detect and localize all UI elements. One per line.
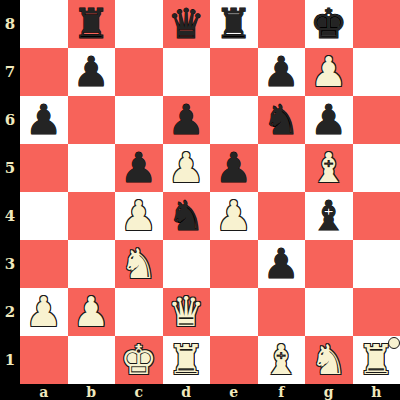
- square-b7[interactable]: ♟: [68, 48, 116, 96]
- square-g4[interactable]: ♝: [305, 192, 353, 240]
- square-f5[interactable]: [258, 144, 306, 192]
- rank-label-4: 4: [0, 192, 20, 240]
- square-g6[interactable]: ♟: [305, 96, 353, 144]
- white-pawn-a2[interactable]: ♟: [25, 292, 62, 333]
- white-pawn-d5[interactable]: ♟: [168, 148, 205, 189]
- black-pawn-e5[interactable]: ♟: [215, 148, 252, 189]
- rank-label-2: 2: [0, 288, 20, 336]
- square-b2[interactable]: ♟: [68, 288, 116, 336]
- white-king-c1[interactable]: ♚: [120, 340, 157, 381]
- file-label-b: b: [68, 384, 116, 400]
- file-label-c: c: [115, 384, 163, 400]
- square-h6[interactable]: [353, 96, 400, 144]
- square-c1[interactable]: ♚: [115, 336, 163, 384]
- square-g7[interactable]: ♟: [305, 48, 353, 96]
- rank-label-7: 7: [0, 48, 20, 96]
- square-h3[interactable]: [353, 240, 400, 288]
- square-h2[interactable]: [353, 288, 400, 336]
- square-d8[interactable]: ♛: [163, 0, 211, 48]
- square-a2[interactable]: ♟: [20, 288, 68, 336]
- square-f8[interactable]: [258, 0, 306, 48]
- square-h4[interactable]: [353, 192, 400, 240]
- white-pawn-c4[interactable]: ♟: [120, 196, 157, 237]
- square-a8[interactable]: [20, 0, 68, 48]
- rank-label-8: 8: [0, 0, 20, 48]
- black-queen-d8[interactable]: ♛: [168, 4, 205, 45]
- square-f7[interactable]: ♟: [258, 48, 306, 96]
- square-c2[interactable]: [115, 288, 163, 336]
- black-bishop-g4[interactable]: ♝: [310, 196, 347, 237]
- black-rook-b8[interactable]: ♜: [73, 4, 110, 45]
- square-h5[interactable]: [353, 144, 400, 192]
- rank-label-6: 6: [0, 96, 20, 144]
- black-pawn-f3[interactable]: ♟: [263, 244, 300, 285]
- file-label-d: d: [163, 384, 211, 400]
- square-c8[interactable]: [115, 0, 163, 48]
- square-g3[interactable]: [305, 240, 353, 288]
- square-g8[interactable]: ♚: [305, 0, 353, 48]
- square-g1[interactable]: ♞: [305, 336, 353, 384]
- black-pawn-b7[interactable]: ♟: [73, 52, 110, 93]
- black-knight-f6[interactable]: ♞: [263, 100, 300, 141]
- square-h1[interactable]: ♜: [353, 336, 400, 384]
- square-d5[interactable]: ♟: [163, 144, 211, 192]
- square-a3[interactable]: [20, 240, 68, 288]
- white-pawn-b2[interactable]: ♟: [73, 292, 110, 333]
- square-a4[interactable]: [20, 192, 68, 240]
- square-e6[interactable]: [210, 96, 258, 144]
- square-b8[interactable]: ♜: [68, 0, 116, 48]
- square-c7[interactable]: [115, 48, 163, 96]
- square-f2[interactable]: [258, 288, 306, 336]
- square-e8[interactable]: ♜: [210, 0, 258, 48]
- black-pawn-c5[interactable]: ♟: [120, 148, 157, 189]
- file-label-h: h: [353, 384, 400, 400]
- black-rook-e8[interactable]: ♜: [215, 4, 252, 45]
- square-g2[interactable]: [305, 288, 353, 336]
- white-queen-d2[interactable]: ♛: [168, 292, 205, 333]
- file-label-e: e: [210, 384, 258, 400]
- white-bishop-g5[interactable]: ♝: [310, 148, 347, 189]
- file-label-f: f: [258, 384, 306, 400]
- black-knight-d4[interactable]: ♞: [168, 196, 205, 237]
- square-e1[interactable]: [210, 336, 258, 384]
- rank-labels: 87654321: [0, 0, 20, 384]
- cursor-dot: [388, 337, 400, 349]
- square-f4[interactable]: [258, 192, 306, 240]
- square-e5[interactable]: ♟: [210, 144, 258, 192]
- square-c5[interactable]: ♟: [115, 144, 163, 192]
- square-d2[interactable]: ♛: [163, 288, 211, 336]
- square-a7[interactable]: [20, 48, 68, 96]
- white-bishop-f1[interactable]: ♝: [263, 340, 300, 381]
- square-d4[interactable]: ♞: [163, 192, 211, 240]
- black-pawn-g6[interactable]: ♟: [310, 100, 347, 141]
- square-d3[interactable]: [163, 240, 211, 288]
- square-a6[interactable]: ♟: [20, 96, 68, 144]
- square-g5[interactable]: ♝: [305, 144, 353, 192]
- chess-board: ♜♛♜♚♟♟♟♟♟♞♟♟♟♟♝♟♞♟♝♞♟♟♟♛♚♜♝♞♜: [20, 0, 400, 384]
- black-pawn-a6[interactable]: ♟: [25, 100, 62, 141]
- white-pawn-g7[interactable]: ♟: [310, 52, 347, 93]
- chess-board-frame: 87654321 ♜♛♜♚♟♟♟♟♟♞♟♟♟♟♝♟♞♟♝♞♟♟♟♛♚♜♝♞♜ a…: [0, 0, 400, 400]
- white-rook-d1[interactable]: ♜: [168, 340, 205, 381]
- file-labels: abcdefgh: [20, 384, 400, 400]
- rank-label-5: 5: [0, 144, 20, 192]
- black-pawn-f7[interactable]: ♟: [263, 52, 300, 93]
- square-f6[interactable]: ♞: [258, 96, 306, 144]
- file-label-g: g: [305, 384, 353, 400]
- square-e3[interactable]: [210, 240, 258, 288]
- square-f3[interactable]: ♟: [258, 240, 306, 288]
- square-b5[interactable]: [68, 144, 116, 192]
- square-d7[interactable]: [163, 48, 211, 96]
- square-e2[interactable]: [210, 288, 258, 336]
- square-a1[interactable]: [20, 336, 68, 384]
- white-pawn-e4[interactable]: ♟: [215, 196, 252, 237]
- white-knight-c3[interactable]: ♞: [120, 244, 157, 285]
- square-h7[interactable]: [353, 48, 400, 96]
- file-label-a: a: [20, 384, 68, 400]
- square-b4[interactable]: [68, 192, 116, 240]
- square-e7[interactable]: [210, 48, 258, 96]
- square-c6[interactable]: [115, 96, 163, 144]
- square-b3[interactable]: [68, 240, 116, 288]
- rank-label-1: 1: [0, 336, 20, 384]
- black-pawn-d6[interactable]: ♟: [168, 100, 205, 141]
- square-f1[interactable]: ♝: [258, 336, 306, 384]
- square-d6[interactable]: ♟: [163, 96, 211, 144]
- square-b1[interactable]: [68, 336, 116, 384]
- rank-label-3: 3: [0, 240, 20, 288]
- square-h8[interactable]: [353, 0, 400, 48]
- square-a5[interactable]: [20, 144, 68, 192]
- square-e4[interactable]: ♟: [210, 192, 258, 240]
- white-knight-g1[interactable]: ♞: [310, 340, 347, 381]
- square-c3[interactable]: ♞: [115, 240, 163, 288]
- square-b6[interactable]: [68, 96, 116, 144]
- black-king-g8[interactable]: ♚: [310, 4, 347, 45]
- square-c4[interactable]: ♟: [115, 192, 163, 240]
- square-d1[interactable]: ♜: [163, 336, 211, 384]
